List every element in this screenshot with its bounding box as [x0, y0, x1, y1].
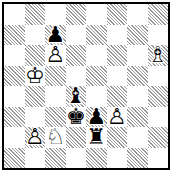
square-f5 — [107, 66, 128, 87]
outline-glyph-layer: ♘ — [45, 127, 66, 148]
square-e6 — [86, 45, 107, 66]
square-f6 — [107, 45, 128, 66]
square-b1 — [25, 148, 46, 169]
square-b4 — [25, 86, 46, 107]
square-d3: ♚♚ — [66, 107, 87, 128]
outline-glyph-layer: ♙ — [25, 127, 46, 148]
white-pawn-piece: ♟♟♙ — [25, 127, 46, 148]
square-h4 — [148, 86, 169, 107]
square-f8 — [107, 4, 128, 25]
square-h8 — [148, 4, 169, 25]
square-g3 — [127, 107, 148, 128]
square-f2 — [107, 127, 128, 148]
chess-diagram: ♟♟♟♟♙♝♝♗♚♚♔♝♝♚♚♟♟♟♟♙♟♟♙♞♞♘♜♜ — [0, 0, 172, 172]
white-knight-piece: ♞♞♘ — [45, 127, 66, 148]
square-g6 — [127, 45, 148, 66]
square-c4 — [45, 86, 66, 107]
square-c2: ♞♞♘ — [45, 127, 66, 148]
square-e1 — [86, 148, 107, 169]
square-g1 — [127, 148, 148, 169]
white-king-piece: ♚♚♔ — [25, 66, 46, 87]
square-b5: ♚♚♔ — [25, 66, 46, 87]
white-pawn-piece: ♟♟♙ — [45, 45, 66, 66]
square-e5 — [86, 66, 107, 87]
square-g7 — [127, 25, 148, 46]
square-h3 — [148, 107, 169, 128]
fill-black-glyph-layer: ♜ — [86, 127, 107, 148]
square-d2 — [66, 127, 87, 148]
square-c6: ♟♟♙ — [45, 45, 66, 66]
square-b8 — [25, 4, 46, 25]
square-g5 — [127, 66, 148, 87]
square-d8 — [66, 4, 87, 25]
white-pawn-piece: ♟♟♙ — [107, 107, 128, 128]
square-h6: ♝♝♗ — [148, 45, 169, 66]
outline-glyph-layer: ♔ — [25, 66, 46, 87]
square-a8 — [4, 4, 25, 25]
square-f7 — [107, 25, 128, 46]
square-c1 — [45, 148, 66, 169]
square-h2 — [148, 127, 169, 148]
square-a2 — [4, 127, 25, 148]
outline-glyph-layer: ♙ — [45, 45, 66, 66]
square-a1 — [4, 148, 25, 169]
square-d1 — [66, 148, 87, 169]
square-a7 — [4, 25, 25, 46]
square-f1 — [107, 148, 128, 169]
black-king-piece: ♚♚ — [66, 107, 87, 128]
square-b2: ♟♟♙ — [25, 127, 46, 148]
square-f3: ♟♟♙ — [107, 107, 128, 128]
square-e2: ♜♜ — [86, 127, 107, 148]
square-e8 — [86, 4, 107, 25]
chess-board: ♟♟♟♟♙♝♝♗♚♚♔♝♝♚♚♟♟♟♟♙♟♟♙♞♞♘♜♜ — [2, 2, 170, 170]
square-d7 — [66, 25, 87, 46]
square-h1 — [148, 148, 169, 169]
black-rook-piece: ♜♜ — [86, 127, 107, 148]
square-g2 — [127, 127, 148, 148]
square-g8 — [127, 4, 148, 25]
outline-glyph-layer: ♗ — [148, 45, 169, 66]
square-a5 — [4, 66, 25, 87]
fill-black-glyph-layer: ♚ — [66, 107, 87, 128]
square-h5 — [148, 66, 169, 87]
outline-glyph-layer: ♙ — [107, 107, 128, 128]
square-c5 — [45, 66, 66, 87]
square-e7 — [86, 25, 107, 46]
square-b7 — [25, 25, 46, 46]
square-a6 — [4, 45, 25, 66]
square-d6 — [66, 45, 87, 66]
white-bishop-piece: ♝♝♗ — [148, 45, 169, 66]
square-a3 — [4, 107, 25, 128]
square-g4 — [127, 86, 148, 107]
square-a4 — [4, 86, 25, 107]
